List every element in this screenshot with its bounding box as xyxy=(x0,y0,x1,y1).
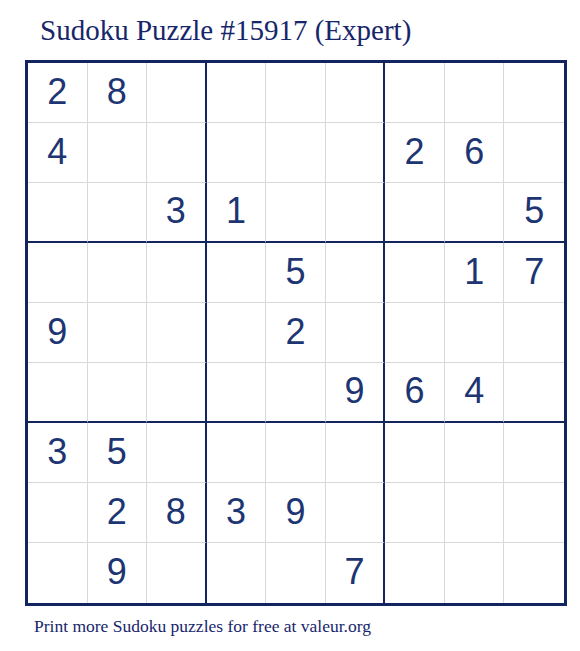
cell-r3c7-empty[interactable] xyxy=(385,183,445,243)
cell-r9c9-empty[interactable] xyxy=(504,543,564,603)
cell-r2c1-given[interactable]: 4 xyxy=(28,123,88,183)
cell-r4c2-empty[interactable] xyxy=(88,243,148,303)
cell-r5c1-given[interactable]: 9 xyxy=(28,303,88,363)
cell-r7c4-empty[interactable] xyxy=(207,423,267,483)
cell-r2c7-given[interactable]: 2 xyxy=(385,123,445,183)
cell-r1c4-empty[interactable] xyxy=(207,63,267,123)
cell-r3c2-empty[interactable] xyxy=(88,183,148,243)
cell-r4c4-empty[interactable] xyxy=(207,243,267,303)
cell-r1c8-empty[interactable] xyxy=(445,63,505,123)
cell-r2c2-empty[interactable] xyxy=(88,123,148,183)
cell-r7c1-given[interactable]: 3 xyxy=(28,423,88,483)
cell-r7c7-empty[interactable] xyxy=(385,423,445,483)
cell-r4c9-given[interactable]: 7 xyxy=(504,243,564,303)
cell-r2c8-given[interactable]: 6 xyxy=(445,123,505,183)
cell-r6c7-given[interactable]: 6 xyxy=(385,363,445,423)
cell-r3c5-empty[interactable] xyxy=(266,183,326,243)
cell-r9c2-given[interactable]: 9 xyxy=(88,543,148,603)
page-title: Sudoku Puzzle #15917 (Expert) xyxy=(40,14,411,47)
cell-r1c5-empty[interactable] xyxy=(266,63,326,123)
cell-r5c6-empty[interactable] xyxy=(326,303,386,363)
cell-r9c5-empty[interactable] xyxy=(266,543,326,603)
cell-r5c7-empty[interactable] xyxy=(385,303,445,363)
cell-r9c1-empty[interactable] xyxy=(28,543,88,603)
cell-r1c6-empty[interactable] xyxy=(326,63,386,123)
cell-r4c3-empty[interactable] xyxy=(147,243,207,303)
cell-r8c7-empty[interactable] xyxy=(385,483,445,543)
cell-r8c8-empty[interactable] xyxy=(445,483,505,543)
cell-r1c3-empty[interactable] xyxy=(147,63,207,123)
cell-r5c5-given[interactable]: 2 xyxy=(266,303,326,363)
cell-r8c2-given[interactable]: 2 xyxy=(88,483,148,543)
cell-r3c1-empty[interactable] xyxy=(28,183,88,243)
cell-r5c3-empty[interactable] xyxy=(147,303,207,363)
cell-r6c3-empty[interactable] xyxy=(147,363,207,423)
cell-r4c8-given[interactable]: 1 xyxy=(445,243,505,303)
cell-r3c9-given[interactable]: 5 xyxy=(504,183,564,243)
cell-r4c1-empty[interactable] xyxy=(28,243,88,303)
cell-r2c9-empty[interactable] xyxy=(504,123,564,183)
cell-r9c4-empty[interactable] xyxy=(207,543,267,603)
footer-text: Print more Sudoku puzzles for free at va… xyxy=(34,616,371,637)
cell-r3c4-given[interactable]: 1 xyxy=(207,183,267,243)
cell-r7c2-given[interactable]: 5 xyxy=(88,423,148,483)
sudoku-board: 284263155179296435283997 xyxy=(25,60,567,606)
cell-r1c7-empty[interactable] xyxy=(385,63,445,123)
cell-r6c5-empty[interactable] xyxy=(266,363,326,423)
cell-r3c6-empty[interactable] xyxy=(326,183,386,243)
cell-r8c3-given[interactable]: 8 xyxy=(147,483,207,543)
cell-r5c8-empty[interactable] xyxy=(445,303,505,363)
cell-r4c7-empty[interactable] xyxy=(385,243,445,303)
cell-r6c6-given[interactable]: 9 xyxy=(326,363,386,423)
cell-r9c7-empty[interactable] xyxy=(385,543,445,603)
cell-r8c1-empty[interactable] xyxy=(28,483,88,543)
cell-r2c4-empty[interactable] xyxy=(207,123,267,183)
cell-r9c8-empty[interactable] xyxy=(445,543,505,603)
cell-r2c5-empty[interactable] xyxy=(266,123,326,183)
cell-r8c5-given[interactable]: 9 xyxy=(266,483,326,543)
cell-r7c6-empty[interactable] xyxy=(326,423,386,483)
cell-r6c1-empty[interactable] xyxy=(28,363,88,423)
cell-r6c2-empty[interactable] xyxy=(88,363,148,423)
cell-r5c2-empty[interactable] xyxy=(88,303,148,363)
cell-r6c9-empty[interactable] xyxy=(504,363,564,423)
cell-r9c6-given[interactable]: 7 xyxy=(326,543,386,603)
cell-r2c3-empty[interactable] xyxy=(147,123,207,183)
cell-r8c9-empty[interactable] xyxy=(504,483,564,543)
cell-r9c3-empty[interactable] xyxy=(147,543,207,603)
cell-r1c2-given[interactable]: 8 xyxy=(88,63,148,123)
cell-r7c5-empty[interactable] xyxy=(266,423,326,483)
cell-r6c8-given[interactable]: 4 xyxy=(445,363,505,423)
cell-r7c3-empty[interactable] xyxy=(147,423,207,483)
cell-r7c8-empty[interactable] xyxy=(445,423,505,483)
cell-r1c1-given[interactable]: 2 xyxy=(28,63,88,123)
cell-r6c4-empty[interactable] xyxy=(207,363,267,423)
cell-r4c6-empty[interactable] xyxy=(326,243,386,303)
cell-r3c8-empty[interactable] xyxy=(445,183,505,243)
cell-r8c6-empty[interactable] xyxy=(326,483,386,543)
cell-r5c4-empty[interactable] xyxy=(207,303,267,363)
cell-r4c5-given[interactable]: 5 xyxy=(266,243,326,303)
cell-r3c3-given[interactable]: 3 xyxy=(147,183,207,243)
cell-r8c4-given[interactable]: 3 xyxy=(207,483,267,543)
cell-r7c9-empty[interactable] xyxy=(504,423,564,483)
cell-r1c9-empty[interactable] xyxy=(504,63,564,123)
cell-r2c6-empty[interactable] xyxy=(326,123,386,183)
cell-r5c9-empty[interactable] xyxy=(504,303,564,363)
